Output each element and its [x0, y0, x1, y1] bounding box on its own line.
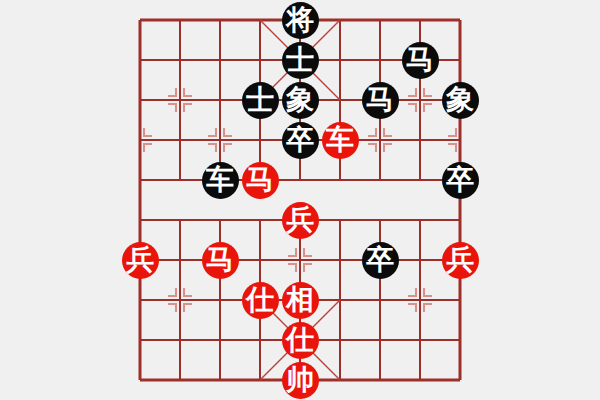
piece-black-pawn[interactable]: 卒: [280, 120, 320, 160]
piece-red-elephant[interactable]: 相: [280, 280, 320, 320]
piece-glyph: 车: [202, 162, 239, 199]
piece-glyph: 兵: [442, 242, 479, 279]
piece-glyph: 马: [242, 162, 279, 199]
piece-red-pawn[interactable]: 兵: [280, 200, 320, 240]
piece-glyph: 仕: [242, 282, 279, 319]
piece-red-horse[interactable]: 马: [200, 240, 240, 280]
piece-glyph: 兵: [122, 242, 159, 279]
piece-glyph: 兵: [282, 202, 319, 239]
piece-red-general[interactable]: 帅: [280, 360, 320, 400]
piece-glyph: 卒: [442, 162, 479, 199]
piece-glyph: 士: [282, 42, 319, 79]
piece-red-horse[interactable]: 马: [240, 160, 280, 200]
piece-red-pawn[interactable]: 兵: [440, 240, 480, 280]
piece-glyph: 卒: [362, 242, 399, 279]
piece-glyph: 帅: [282, 362, 319, 399]
piece-glyph: 马: [202, 242, 239, 279]
piece-glyph: 仕: [282, 322, 319, 359]
piece-black-pawn[interactable]: 卒: [440, 160, 480, 200]
piece-glyph: 马: [402, 42, 439, 79]
piece-red-chariot[interactable]: 车: [320, 120, 360, 160]
piece-red-advisor[interactable]: 仕: [240, 280, 280, 320]
piece-black-horse[interactable]: 马: [400, 40, 440, 80]
piece-red-advisor[interactable]: 仕: [280, 320, 320, 360]
piece-glyph: 象: [282, 82, 319, 119]
piece-black-elephant[interactable]: 象: [280, 80, 320, 120]
piece-glyph: 象: [442, 82, 479, 119]
piece-black-pawn[interactable]: 卒: [360, 240, 400, 280]
piece-black-advisor[interactable]: 士: [240, 80, 280, 120]
piece-red-pawn[interactable]: 兵: [120, 240, 160, 280]
piece-black-general[interactable]: 将: [280, 0, 320, 40]
piece-glyph: 将: [282, 2, 319, 39]
piece-black-advisor[interactable]: 士: [280, 40, 320, 80]
piece-glyph: 士: [242, 82, 279, 119]
xiangqi-pieces-layer: 将士马士象马象卒车车马卒兵兵马卒兵仕相仕帅: [120, 0, 480, 400]
piece-glyph: 相: [282, 282, 319, 319]
xiangqi-app: 将士马士象马象卒车车马卒兵兵马卒兵仕相仕帅: [0, 0, 600, 400]
piece-glyph: 车: [322, 122, 359, 159]
piece-black-chariot[interactable]: 车: [200, 160, 240, 200]
piece-black-elephant[interactable]: 象: [440, 80, 480, 120]
piece-glyph: 马: [362, 82, 399, 119]
piece-glyph: 卒: [282, 122, 319, 159]
piece-black-horse[interactable]: 马: [360, 80, 400, 120]
